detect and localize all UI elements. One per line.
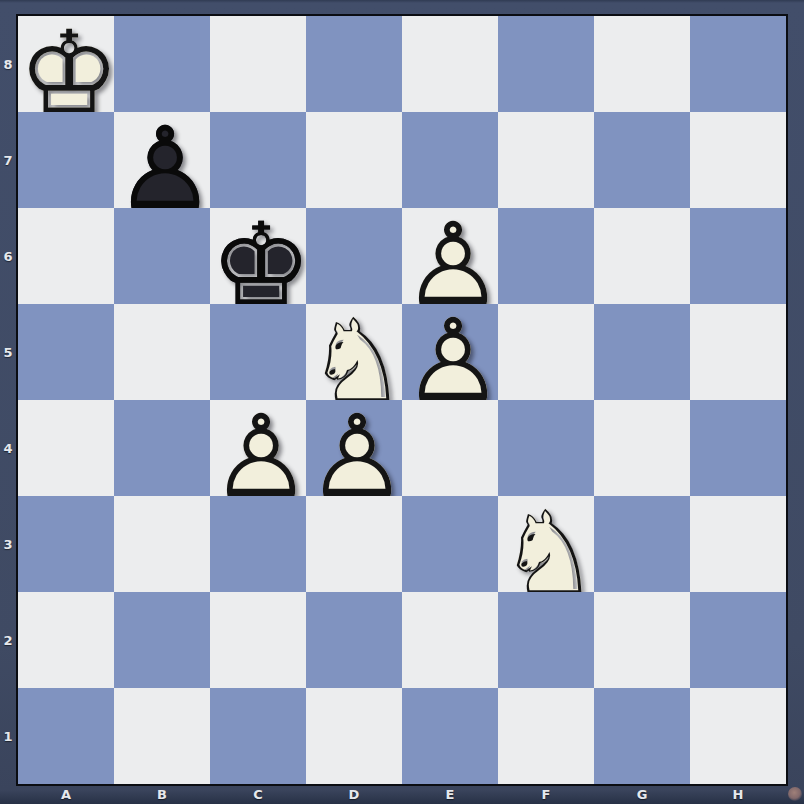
white-pawn[interactable]: ♟♙ xyxy=(210,400,306,496)
square-e1[interactable] xyxy=(402,688,498,784)
square-b6[interactable] xyxy=(114,208,210,304)
file-labels: ABCDEFGH xyxy=(18,786,786,803)
square-b4[interactable] xyxy=(114,400,210,496)
square-c3[interactable] xyxy=(210,496,306,592)
square-h4[interactable] xyxy=(690,400,786,496)
square-e2[interactable] xyxy=(402,592,498,688)
rank-label-7: 7 xyxy=(0,112,16,208)
rank-labels: 87654321 xyxy=(0,16,16,784)
square-h8[interactable] xyxy=(690,16,786,112)
rank-label-6: 6 xyxy=(0,208,16,304)
square-d7[interactable] xyxy=(306,112,402,208)
square-b5[interactable] xyxy=(114,304,210,400)
square-d2[interactable] xyxy=(306,592,402,688)
square-b7[interactable]: ♟♙ xyxy=(114,112,210,208)
white-knight[interactable]: ♞♘ xyxy=(498,496,594,592)
square-d3[interactable] xyxy=(306,496,402,592)
square-f5[interactable] xyxy=(498,304,594,400)
file-label-a: A xyxy=(18,786,114,803)
chess-app-window: 87654321 ♚♔♟♙♚♔♟♙♞♘♟♙♟♙♟♙♞♘ ABCDEFGH xyxy=(0,0,804,804)
rank-label-3: 3 xyxy=(0,496,16,592)
square-e8[interactable] xyxy=(402,16,498,112)
file-label-b: B xyxy=(114,786,210,803)
rank-label-4: 4 xyxy=(0,400,16,496)
square-e5[interactable]: ♟♙ xyxy=(402,304,498,400)
square-a4[interactable] xyxy=(18,400,114,496)
square-b1[interactable] xyxy=(114,688,210,784)
square-c8[interactable] xyxy=(210,16,306,112)
white-knight[interactable]: ♞♘ xyxy=(306,304,402,400)
square-c2[interactable] xyxy=(210,592,306,688)
square-g5[interactable] xyxy=(594,304,690,400)
file-label-g: G xyxy=(594,786,690,803)
square-a8[interactable]: ♚♔ xyxy=(18,16,114,112)
square-f6[interactable] xyxy=(498,208,594,304)
square-f3[interactable]: ♞♘ xyxy=(498,496,594,592)
square-g1[interactable] xyxy=(594,688,690,784)
square-h1[interactable] xyxy=(690,688,786,784)
square-h7[interactable] xyxy=(690,112,786,208)
square-d5[interactable]: ♞♘ xyxy=(306,304,402,400)
rank-label-5: 5 xyxy=(0,304,16,400)
file-label-h: H xyxy=(690,786,786,803)
square-g7[interactable] xyxy=(594,112,690,208)
black-pawn[interactable]: ♟♙ xyxy=(114,112,210,208)
square-b2[interactable] xyxy=(114,592,210,688)
white-king[interactable]: ♚♔ xyxy=(18,16,114,112)
square-f8[interactable] xyxy=(498,16,594,112)
square-e7[interactable] xyxy=(402,112,498,208)
square-a6[interactable] xyxy=(18,208,114,304)
square-f1[interactable] xyxy=(498,688,594,784)
square-a2[interactable] xyxy=(18,592,114,688)
square-g2[interactable] xyxy=(594,592,690,688)
square-c6[interactable]: ♚♔ xyxy=(210,208,306,304)
white-pawn[interactable]: ♟♙ xyxy=(402,304,498,400)
square-e6[interactable]: ♟♙ xyxy=(402,208,498,304)
square-b3[interactable] xyxy=(114,496,210,592)
square-c1[interactable] xyxy=(210,688,306,784)
square-c4[interactable]: ♟♙ xyxy=(210,400,306,496)
square-g6[interactable] xyxy=(594,208,690,304)
square-f4[interactable] xyxy=(498,400,594,496)
square-a1[interactable] xyxy=(18,688,114,784)
square-b8[interactable] xyxy=(114,16,210,112)
file-label-d: D xyxy=(306,786,402,803)
square-a3[interactable] xyxy=(18,496,114,592)
file-label-f: F xyxy=(498,786,594,803)
square-c5[interactable] xyxy=(210,304,306,400)
square-a5[interactable] xyxy=(18,304,114,400)
square-c7[interactable] xyxy=(210,112,306,208)
chess-board[interactable]: ♚♔♟♙♚♔♟♙♞♘♟♙♟♙♟♙♞♘ xyxy=(16,14,788,786)
corner-logo-dot xyxy=(788,787,802,801)
square-a7[interactable] xyxy=(18,112,114,208)
square-d4[interactable]: ♟♙ xyxy=(306,400,402,496)
square-h3[interactable] xyxy=(690,496,786,592)
rank-label-1: 1 xyxy=(0,688,16,784)
square-h2[interactable] xyxy=(690,592,786,688)
rank-label-8: 8 xyxy=(0,16,16,112)
black-king[interactable]: ♚♔ xyxy=(210,208,306,304)
file-label-e: E xyxy=(402,786,498,803)
square-h6[interactable] xyxy=(690,208,786,304)
file-label-c: C xyxy=(210,786,306,803)
square-e3[interactable] xyxy=(402,496,498,592)
square-e4[interactable] xyxy=(402,400,498,496)
square-g3[interactable] xyxy=(594,496,690,592)
square-d6[interactable] xyxy=(306,208,402,304)
square-g8[interactable] xyxy=(594,16,690,112)
white-pawn[interactable]: ♟♙ xyxy=(402,208,498,304)
white-pawn[interactable]: ♟♙ xyxy=(306,400,402,496)
square-f7[interactable] xyxy=(498,112,594,208)
square-h5[interactable] xyxy=(690,304,786,400)
square-g4[interactable] xyxy=(594,400,690,496)
square-d8[interactable] xyxy=(306,16,402,112)
rank-label-2: 2 xyxy=(0,592,16,688)
square-d1[interactable] xyxy=(306,688,402,784)
square-f2[interactable] xyxy=(498,592,594,688)
